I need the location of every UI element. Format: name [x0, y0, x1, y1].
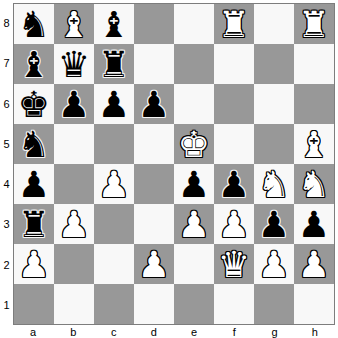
square-h2[interactable]: ♟ — [294, 244, 334, 284]
square-e8[interactable] — [174, 4, 214, 44]
rank-label-4: 4 — [0, 164, 13, 204]
white-pawn: ♟ — [54, 204, 94, 244]
square-d6[interactable]: ♟ — [134, 84, 174, 124]
white-pawn: ♟ — [214, 204, 254, 244]
white-king: ♚ — [174, 124, 214, 164]
square-d3[interactable] — [134, 204, 174, 244]
square-d4[interactable] — [134, 164, 174, 204]
square-g3[interactable]: ♟ — [254, 204, 294, 244]
black-bishop: ♝ — [14, 44, 54, 84]
white-rook: ♜ — [294, 4, 334, 44]
file-label-c: c — [94, 325, 134, 338]
white-bishop: ♝ — [54, 4, 94, 44]
square-g2[interactable]: ♟ — [254, 244, 294, 284]
white-pawn: ♟ — [94, 164, 134, 204]
black-knight: ♞ — [14, 4, 54, 44]
black-pawn: ♟ — [214, 164, 254, 204]
square-f3[interactable]: ♟ — [214, 204, 254, 244]
file-labels: abcdefgh — [13, 325, 335, 338]
rank-labels: 87654321 — [0, 3, 13, 325]
black-knight: ♞ — [14, 124, 54, 164]
square-e4[interactable]: ♟ — [174, 164, 214, 204]
black-pawn: ♟ — [54, 84, 94, 124]
square-c4[interactable]: ♟ — [94, 164, 134, 204]
black-pawn: ♟ — [134, 84, 174, 124]
square-e3[interactable]: ♟ — [174, 204, 214, 244]
square-c1[interactable] — [94, 284, 134, 324]
square-h4[interactable]: ♞ — [294, 164, 334, 204]
square-g4[interactable]: ♞ — [254, 164, 294, 204]
file-label-e: e — [174, 325, 214, 338]
square-h3[interactable]: ♟ — [294, 204, 334, 244]
square-a8[interactable]: ♞ — [14, 4, 54, 44]
board-frame: ♞♝♝♜♜♝♛♜♚♟♟♟♞♚♝♟♟♟♟♞♞♜♟♟♟♟♟♟♟♛♟♟ — [13, 3, 335, 325]
square-a5[interactable]: ♞ — [14, 124, 54, 164]
square-b8[interactable]: ♝ — [54, 4, 94, 44]
file-label-b: b — [53, 325, 93, 338]
square-g5[interactable] — [254, 124, 294, 164]
square-d2[interactable]: ♟ — [134, 244, 174, 284]
square-h8[interactable]: ♜ — [294, 4, 334, 44]
rank-label-6: 6 — [0, 84, 13, 124]
white-pawn: ♟ — [134, 244, 174, 284]
square-f4[interactable]: ♟ — [214, 164, 254, 204]
square-a3[interactable]: ♜ — [14, 204, 54, 244]
black-rook: ♜ — [14, 204, 54, 244]
square-c5[interactable] — [94, 124, 134, 164]
file-label-g: g — [255, 325, 295, 338]
black-pawn: ♟ — [294, 204, 334, 244]
rank-label-7: 7 — [0, 43, 13, 83]
rank-label-1: 1 — [0, 285, 13, 325]
black-bishop: ♝ — [94, 4, 134, 44]
square-c7[interactable]: ♜ — [94, 44, 134, 84]
square-b3[interactable]: ♟ — [54, 204, 94, 244]
rank-label-3: 3 — [0, 204, 13, 244]
square-e1[interactable] — [174, 284, 214, 324]
square-f8[interactable]: ♜ — [214, 4, 254, 44]
square-c8[interactable]: ♝ — [94, 4, 134, 44]
square-d7[interactable] — [134, 44, 174, 84]
square-d8[interactable] — [134, 4, 174, 44]
square-h5[interactable]: ♝ — [294, 124, 334, 164]
square-g7[interactable] — [254, 44, 294, 84]
white-rook: ♜ — [214, 4, 254, 44]
square-c6[interactable]: ♟ — [94, 84, 134, 124]
square-b7[interactable]: ♛ — [54, 44, 94, 84]
square-f5[interactable] — [214, 124, 254, 164]
white-pawn: ♟ — [254, 244, 294, 284]
square-g8[interactable] — [254, 4, 294, 44]
square-h7[interactable] — [294, 44, 334, 84]
white-knight: ♞ — [294, 164, 334, 204]
black-queen: ♛ — [54, 44, 94, 84]
square-f7[interactable] — [214, 44, 254, 84]
square-g6[interactable] — [254, 84, 294, 124]
square-e6[interactable] — [174, 84, 214, 124]
square-b5[interactable] — [54, 124, 94, 164]
rank-label-8: 8 — [0, 3, 13, 43]
white-pawn: ♟ — [294, 244, 334, 284]
black-king: ♚ — [14, 84, 54, 124]
white-pawn: ♟ — [174, 204, 214, 244]
white-bishop: ♝ — [294, 124, 334, 164]
square-f2[interactable]: ♛ — [214, 244, 254, 284]
square-a7[interactable]: ♝ — [14, 44, 54, 84]
square-g1[interactable] — [254, 284, 294, 324]
square-h1[interactable] — [294, 284, 334, 324]
file-label-a: a — [13, 325, 53, 338]
black-rook: ♜ — [94, 44, 134, 84]
chess-diagram: 87654321 ♞♝♝♜♜♝♛♜♚♟♟♟♞♚♝♟♟♟♟♞♞♜♟♟♟♟♟♟♟♛♟… — [0, 0, 338, 338]
square-a6[interactable]: ♚ — [14, 84, 54, 124]
square-f1[interactable] — [214, 284, 254, 324]
black-pawn: ♟ — [254, 204, 294, 244]
file-label-d: d — [134, 325, 174, 338]
rank-label-5: 5 — [0, 124, 13, 164]
square-d5[interactable] — [134, 124, 174, 164]
square-b4[interactable] — [54, 164, 94, 204]
square-b2[interactable] — [54, 244, 94, 284]
black-pawn: ♟ — [174, 164, 214, 204]
square-e2[interactable] — [174, 244, 214, 284]
chess-board: ♞♝♝♜♜♝♛♜♚♟♟♟♞♚♝♟♟♟♟♞♞♜♟♟♟♟♟♟♟♛♟♟ — [14, 4, 334, 324]
square-h6[interactable] — [294, 84, 334, 124]
square-e5[interactable]: ♚ — [174, 124, 214, 164]
square-c3[interactable] — [94, 204, 134, 244]
white-knight: ♞ — [254, 164, 294, 204]
square-c2[interactable] — [94, 244, 134, 284]
square-f6[interactable] — [214, 84, 254, 124]
black-pawn: ♟ — [94, 84, 134, 124]
black-pawn: ♟ — [14, 164, 54, 204]
file-label-f: f — [214, 325, 254, 338]
square-e7[interactable] — [174, 44, 214, 84]
square-b1[interactable] — [54, 284, 94, 324]
file-label-h: h — [295, 325, 335, 338]
square-d1[interactable] — [134, 284, 174, 324]
square-a4[interactable]: ♟ — [14, 164, 54, 204]
rank-label-2: 2 — [0, 245, 13, 285]
square-a1[interactable] — [14, 284, 54, 324]
white-pawn: ♟ — [14, 244, 54, 284]
square-a2[interactable]: ♟ — [14, 244, 54, 284]
square-b6[interactable]: ♟ — [54, 84, 94, 124]
white-queen: ♛ — [214, 244, 254, 284]
